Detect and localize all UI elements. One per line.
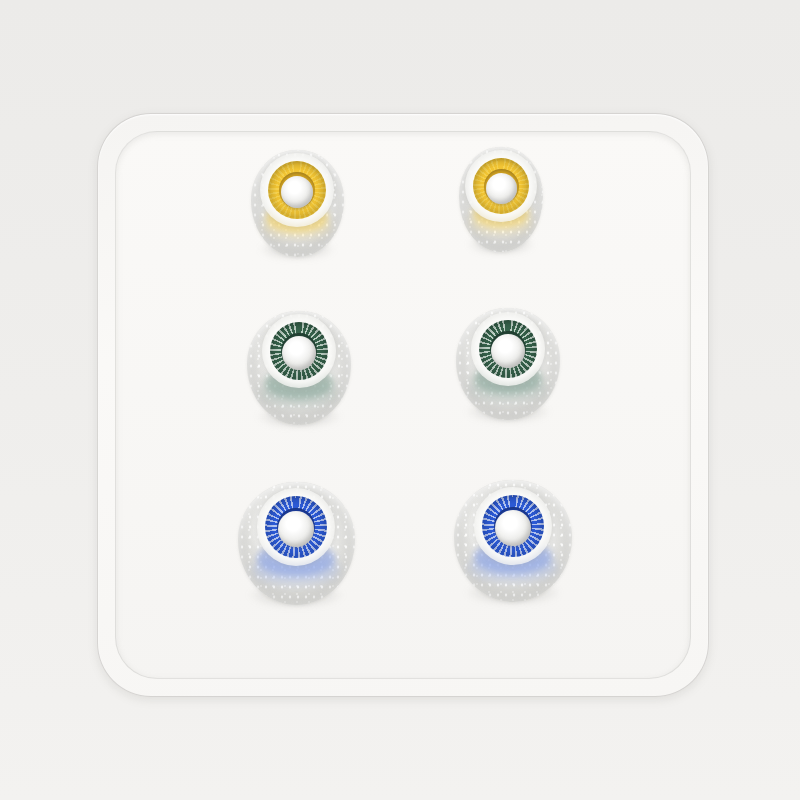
eartip-top-left xyxy=(251,150,344,257)
eartip-bottom-right xyxy=(454,480,572,602)
tray-floor xyxy=(115,131,691,679)
eartip-middle-right xyxy=(456,308,560,420)
nozzle-pearl-highlight xyxy=(278,511,314,547)
nozzle-pearl-highlight xyxy=(486,173,517,204)
nozzle-pearl-highlight xyxy=(281,176,313,208)
eartip-middle-left xyxy=(247,311,351,425)
product-photo xyxy=(0,0,800,800)
nozzle-pearl-highlight xyxy=(282,336,316,370)
eartip-top-right xyxy=(459,147,543,252)
tray xyxy=(97,113,709,697)
eartip-bottom-left xyxy=(238,482,355,605)
